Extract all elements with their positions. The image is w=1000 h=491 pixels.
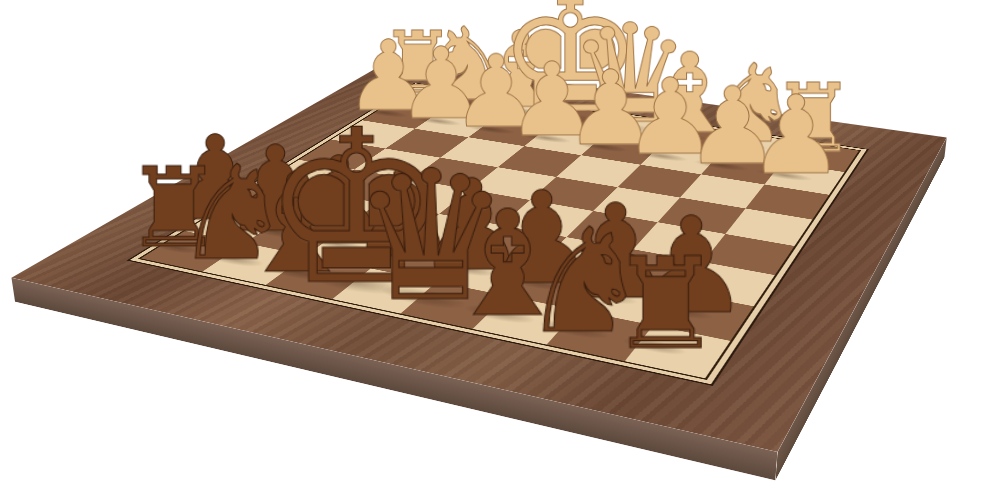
piece-black-rook-a8[interactable]: ♜ — [564, 242, 766, 368]
chess-set-photo: ♜♞♝♛♚♝♞♜♟♟♟♟♟♟♟♟♟♟♟♟♟♟♟♟♜♞♝♛♚♝♞♜ — [0, 0, 1000, 491]
chess-board: ♜♞♝♛♚♝♞♜♟♟♟♟♟♟♟♟♟♟♟♟♟♟♟♟♜♞♝♛♚♝♞♜ — [11, 59, 946, 452]
black-rook-icon: ♜ — [564, 242, 766, 368]
